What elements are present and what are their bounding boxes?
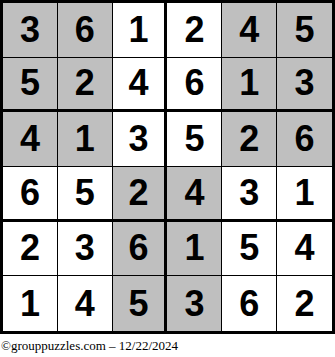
cell-r5c5: 5 bbox=[222, 222, 277, 277]
cell-r1c2: 6 bbox=[58, 3, 113, 58]
cell-r6c5: 6 bbox=[222, 276, 277, 331]
cell-r4c2: 5 bbox=[58, 167, 113, 222]
cell-r3c4: 5 bbox=[167, 112, 222, 167]
cell-r6c4: 3 bbox=[167, 276, 222, 331]
cell-r2c1: 5 bbox=[3, 58, 58, 113]
cell-r5c3: 6 bbox=[113, 222, 168, 277]
cell-r1c6: 5 bbox=[277, 3, 332, 58]
cell-r1c4: 2 bbox=[167, 3, 222, 58]
cell-r2c3: 4 bbox=[113, 58, 168, 113]
cell-r3c6: 6 bbox=[277, 112, 332, 167]
sudoku-page: 361245524613413526652431236154145362 ©gr… bbox=[0, 0, 335, 357]
cell-r4c5: 3 bbox=[222, 167, 277, 222]
cell-r5c1: 2 bbox=[3, 222, 58, 277]
cell-r6c2: 4 bbox=[58, 276, 113, 331]
cell-r6c6: 2 bbox=[277, 276, 332, 331]
cell-r3c5: 2 bbox=[222, 112, 277, 167]
cell-r5c6: 4 bbox=[277, 222, 332, 277]
cell-r5c4: 1 bbox=[167, 222, 222, 277]
cell-r2c5: 1 bbox=[222, 58, 277, 113]
cell-r6c1: 1 bbox=[3, 276, 58, 331]
cell-r2c4: 6 bbox=[167, 58, 222, 113]
cell-r2c6: 3 bbox=[277, 58, 332, 113]
cell-r1c3: 1 bbox=[113, 3, 168, 58]
cell-r1c1: 3 bbox=[3, 3, 58, 58]
sudoku-board: 361245524613413526652431236154145362 bbox=[0, 0, 335, 334]
cell-r3c2: 1 bbox=[58, 112, 113, 167]
cell-r6c3: 5 bbox=[113, 276, 168, 331]
copyright-credit: ©grouppuzzles.com – 12/22/2024 bbox=[0, 334, 335, 357]
cell-r2c2: 2 bbox=[58, 58, 113, 113]
cell-r4c4: 4 bbox=[167, 167, 222, 222]
cell-r3c3: 3 bbox=[113, 112, 168, 167]
cell-r5c2: 3 bbox=[58, 222, 113, 277]
cell-r3c1: 4 bbox=[3, 112, 58, 167]
cell-r4c6: 1 bbox=[277, 167, 332, 222]
cell-r4c1: 6 bbox=[3, 167, 58, 222]
cell-r1c5: 4 bbox=[222, 3, 277, 58]
cell-r4c3: 2 bbox=[113, 167, 168, 222]
